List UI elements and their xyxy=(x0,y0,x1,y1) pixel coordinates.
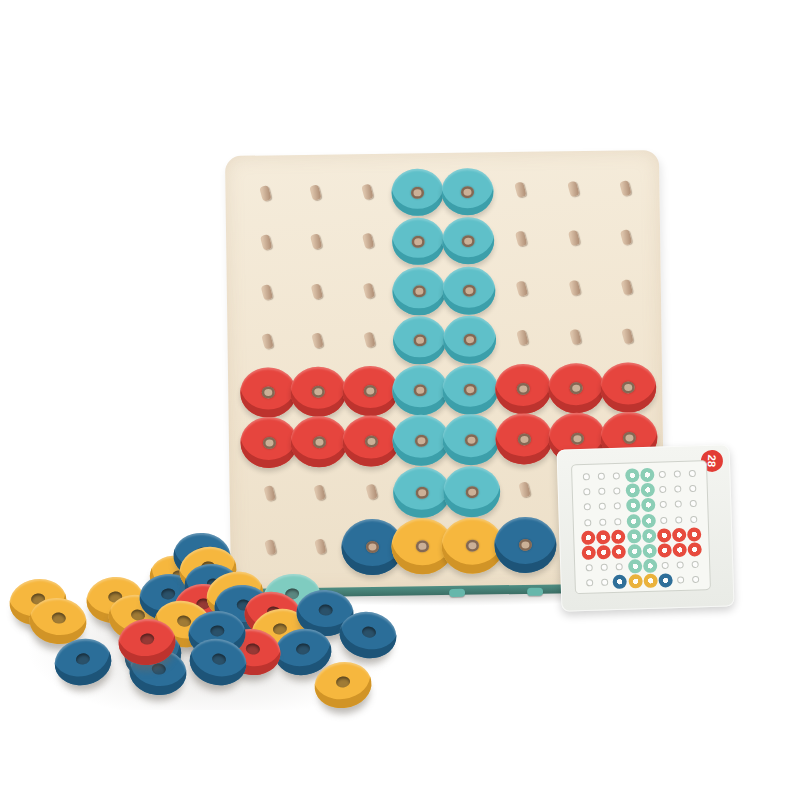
empty-peg[interactable] xyxy=(365,483,378,500)
empty-peg[interactable] xyxy=(514,181,527,198)
card-teal-dot xyxy=(643,559,657,573)
empty-peg[interactable] xyxy=(363,331,376,348)
peg-hole xyxy=(462,235,475,247)
red-ring[interactable] xyxy=(342,366,399,417)
teal-ring[interactable] xyxy=(392,267,446,316)
teal-ring[interactable] xyxy=(441,168,494,216)
peg-hole xyxy=(570,432,583,444)
card-red-dot xyxy=(687,527,701,541)
empty-peg[interactable] xyxy=(569,329,582,346)
empty-peg[interactable] xyxy=(568,230,581,247)
card-red-dot xyxy=(596,530,610,544)
card-empty-dot xyxy=(584,519,591,526)
product-photo-scene: 28 xyxy=(0,0,800,800)
empty-peg[interactable] xyxy=(264,539,277,556)
card-empty-dot xyxy=(675,501,682,508)
peg-hole xyxy=(366,541,379,553)
card-yellow-dot xyxy=(628,575,642,589)
ring-hole xyxy=(318,604,333,616)
card-blue-dot xyxy=(613,575,627,589)
card-teal-dot xyxy=(641,498,655,512)
card-teal-dot xyxy=(627,529,641,543)
peg-hole xyxy=(414,434,427,446)
teal-ring[interactable] xyxy=(392,414,450,466)
peg-hole xyxy=(570,382,583,394)
peg-hole xyxy=(461,186,474,198)
card-empty-dot xyxy=(674,470,681,477)
card-empty-dot xyxy=(599,503,606,510)
peg-hole xyxy=(411,186,424,198)
card-teal-dot xyxy=(642,544,656,558)
card-pattern-area xyxy=(571,460,711,594)
card-red-dot xyxy=(581,530,595,544)
card-empty-dot xyxy=(691,515,698,522)
card-red-dot xyxy=(657,543,671,557)
red-ring[interactable] xyxy=(240,367,297,418)
empty-peg[interactable] xyxy=(311,283,324,300)
peg-hole xyxy=(262,436,275,448)
empty-peg[interactable] xyxy=(621,328,634,345)
card-teal-dot xyxy=(640,483,654,497)
card-red-dot xyxy=(611,529,625,543)
card-empty-dot xyxy=(598,473,605,480)
card-teal-dot xyxy=(626,514,640,528)
ring-hole xyxy=(245,643,260,656)
card-empty-dot xyxy=(598,488,605,495)
ring-hole xyxy=(74,652,90,666)
peg-hole xyxy=(312,386,325,398)
empty-peg[interactable] xyxy=(313,484,326,501)
board-hinge-nub xyxy=(449,589,465,597)
card-empty-dot xyxy=(601,564,608,571)
empty-peg[interactable] xyxy=(516,329,529,346)
empty-peg[interactable] xyxy=(516,280,529,297)
ring-hole xyxy=(51,612,66,624)
empty-peg[interactable] xyxy=(362,232,375,249)
empty-peg[interactable] xyxy=(259,185,272,202)
card-empty-dot xyxy=(601,579,608,586)
card-teal-dot xyxy=(625,468,639,482)
card-empty-dot xyxy=(689,470,696,477)
card-empty-dot xyxy=(616,563,623,570)
ring-hole xyxy=(139,633,154,645)
peg-hole xyxy=(412,235,425,247)
card-yellow-dot xyxy=(643,574,657,588)
card-empty-dot xyxy=(690,500,697,507)
ring-hole xyxy=(160,588,175,600)
red-ring[interactable] xyxy=(342,415,400,467)
teal-ring[interactable] xyxy=(442,414,500,466)
card-red-dot xyxy=(657,528,671,542)
card-red-dot xyxy=(672,528,686,542)
peg-hole xyxy=(464,384,477,396)
empty-peg[interactable] xyxy=(363,282,376,299)
peg-hole xyxy=(622,381,635,393)
card-empty-dot xyxy=(659,486,666,493)
peg-hole xyxy=(464,434,477,446)
card-red-dot xyxy=(688,542,702,556)
card-empty-dot xyxy=(674,486,681,493)
teal-ring[interactable] xyxy=(442,266,496,315)
peg-hole xyxy=(466,540,479,552)
ring-hole xyxy=(361,626,377,639)
peg-hole xyxy=(412,285,425,297)
card-teal-dot xyxy=(626,499,640,513)
empty-peg[interactable] xyxy=(309,184,322,201)
peg-hole xyxy=(465,486,478,498)
red-ring[interactable] xyxy=(290,366,347,417)
peg-hole xyxy=(312,436,325,448)
card-teal-dot xyxy=(640,468,654,482)
empty-peg[interactable] xyxy=(621,279,634,296)
card-empty-dot xyxy=(660,501,667,508)
card-number-text: 28 xyxy=(706,454,719,467)
card-pattern-grid xyxy=(572,461,706,465)
empty-peg[interactable] xyxy=(310,233,323,250)
empty-peg[interactable] xyxy=(620,229,633,246)
peg-hole xyxy=(517,433,530,445)
empty-peg[interactable] xyxy=(263,485,276,502)
card-red-dot xyxy=(612,545,626,559)
peg-hole xyxy=(364,385,377,397)
teal-ring[interactable] xyxy=(442,217,495,265)
teal-ring[interactable] xyxy=(392,218,445,266)
empty-peg[interactable] xyxy=(518,481,531,498)
peg-hole xyxy=(414,384,427,396)
peg-hole xyxy=(262,386,275,398)
card-empty-dot xyxy=(677,577,684,584)
card-blue-dot xyxy=(658,574,672,588)
red-ring[interactable] xyxy=(548,363,605,414)
ring-hole xyxy=(335,676,350,689)
card-teal-dot xyxy=(642,528,656,542)
card-empty-dot xyxy=(614,487,621,494)
card-empty-dot xyxy=(662,562,669,569)
card-teal-dot xyxy=(627,544,641,558)
card-empty-dot xyxy=(677,562,684,569)
empty-peg[interactable] xyxy=(569,280,582,297)
card-empty-dot xyxy=(583,473,590,480)
card-empty-dot xyxy=(584,504,591,511)
card-empty-dot xyxy=(690,485,697,492)
card-empty-dot xyxy=(614,503,621,510)
empty-peg[interactable] xyxy=(314,538,327,555)
card-teal-dot xyxy=(625,483,639,497)
empty-peg[interactable] xyxy=(361,183,374,200)
card-red-dot xyxy=(597,545,611,559)
peg-hole xyxy=(519,539,532,551)
red-ring[interactable] xyxy=(495,364,552,415)
peg-hole xyxy=(463,334,476,346)
ring-hole xyxy=(295,643,311,656)
empty-peg[interactable] xyxy=(515,230,528,247)
card-empty-dot xyxy=(675,516,682,523)
card-empty-dot xyxy=(692,576,699,583)
card-red-dot xyxy=(582,546,596,560)
ring-hole xyxy=(151,663,166,675)
peg-hole xyxy=(462,285,475,297)
empty-peg[interactable] xyxy=(619,180,632,197)
teal-ring[interactable] xyxy=(443,315,497,364)
card-empty-dot xyxy=(615,518,622,525)
red-ring[interactable] xyxy=(240,417,298,469)
ring-hole xyxy=(210,625,225,637)
empty-peg[interactable] xyxy=(261,333,274,350)
peg-hole xyxy=(517,383,530,395)
empty-peg[interactable] xyxy=(260,234,273,251)
empty-peg[interactable] xyxy=(567,181,580,198)
ring-hole xyxy=(211,653,227,666)
card-red-dot xyxy=(673,543,687,557)
card-empty-dot xyxy=(692,561,699,568)
empty-peg[interactable] xyxy=(311,332,324,349)
card-empty-dot xyxy=(586,564,593,571)
card-empty-dot xyxy=(613,472,620,479)
peg-grid xyxy=(225,150,659,156)
empty-peg[interactable] xyxy=(261,284,274,301)
blue-ring[interactable] xyxy=(494,516,557,573)
teal-ring[interactable] xyxy=(442,364,499,415)
peg-hole xyxy=(416,540,429,552)
card-empty-dot xyxy=(583,488,590,495)
card-teal-dot xyxy=(628,559,642,573)
teal-ring[interactable] xyxy=(393,316,447,365)
card-teal-dot xyxy=(641,513,655,527)
red-ring[interactable] xyxy=(600,362,657,413)
teal-ring[interactable] xyxy=(391,169,444,217)
red-ring[interactable] xyxy=(290,416,348,468)
card-empty-dot xyxy=(660,516,667,523)
peg-hole xyxy=(415,486,428,498)
teal-ring[interactable] xyxy=(443,466,501,518)
teal-ring[interactable] xyxy=(393,466,451,518)
peg-hole xyxy=(413,334,426,346)
pattern-card[interactable]: 28 xyxy=(556,444,734,611)
card-empty-dot xyxy=(586,580,593,587)
peg-hole xyxy=(364,435,377,447)
card-empty-dot xyxy=(659,471,666,478)
red-ring[interactable] xyxy=(495,413,553,465)
teal-ring[interactable] xyxy=(392,365,449,416)
peg-hole xyxy=(622,431,635,443)
board-hinge-nub xyxy=(527,588,543,596)
card-empty-dot xyxy=(599,518,606,525)
